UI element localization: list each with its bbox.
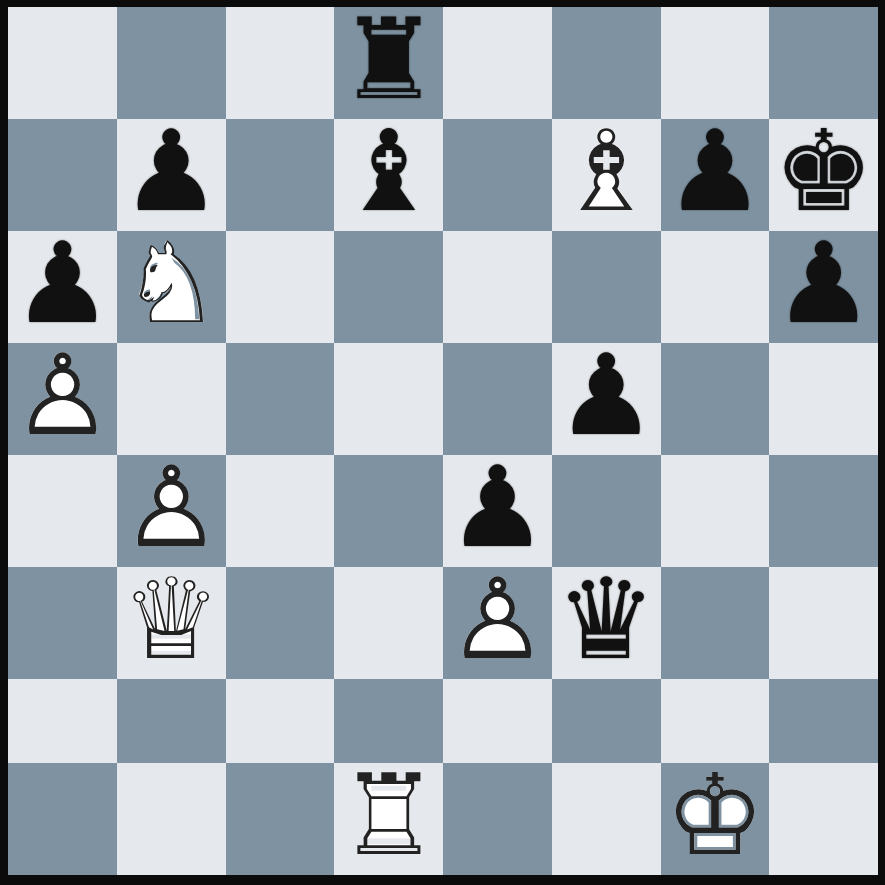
square-f1[interactable] [552,763,661,875]
white-king-outline-glyph: ♔ [665,759,765,871]
black-pawn-glyph: ♟ [773,227,873,339]
square-g1[interactable]: ♚♔ [661,763,770,875]
square-c8[interactable] [226,7,335,119]
square-e2[interactable] [443,679,552,763]
square-c7[interactable] [226,119,335,231]
black-king-glyph: ♚ [773,115,873,227]
board-frame: ♜♟♝♝♗♟♚♟♞♘♟♟♙♟♟♙♟♛♕♟♙♛♜♖♚♔ [0,0,885,885]
square-h2[interactable] [769,679,878,763]
square-e8[interactable] [443,7,552,119]
square-b4[interactable]: ♟♙ [117,455,226,567]
square-f3[interactable]: ♛ [552,567,661,679]
square-g4[interactable] [661,455,770,567]
square-e1[interactable] [443,763,552,875]
white-bishop-outline-glyph: ♗ [556,115,656,227]
square-g6[interactable] [661,231,770,343]
black-pawn-glyph: ♟ [121,115,221,227]
white-queen: ♛♕ [117,567,226,679]
black-rook-glyph: ♜ [338,3,438,115]
white-pawn-outline-glyph: ♙ [12,339,112,451]
square-f2[interactable] [552,679,661,763]
chess-board: ♜♟♝♝♗♟♚♟♞♘♟♟♙♟♟♙♟♛♕♟♙♛♜♖♚♔ [8,7,878,875]
square-a4[interactable] [8,455,117,567]
white-pawn-outline-glyph: ♙ [447,563,547,675]
black-bishop: ♝ [334,119,443,231]
black-pawn-glyph: ♟ [665,115,765,227]
white-pawn-outline-glyph: ♙ [121,451,221,563]
square-h4[interactable] [769,455,878,567]
square-c4[interactable] [226,455,335,567]
square-a3[interactable] [8,567,117,679]
white-pawn: ♟♙ [8,343,117,455]
white-rook: ♜♖ [334,763,443,875]
square-h6[interactable]: ♟ [769,231,878,343]
square-f4[interactable] [552,455,661,567]
black-pawn: ♟ [8,231,117,343]
black-bishop-glyph: ♝ [338,115,438,227]
white-queen-outline-glyph: ♕ [121,563,221,675]
square-b7[interactable]: ♟ [117,119,226,231]
black-pawn: ♟ [117,119,226,231]
square-f7[interactable]: ♝♗ [552,119,661,231]
black-pawn: ♟ [443,455,552,567]
square-g3[interactable] [661,567,770,679]
square-e4[interactable]: ♟ [443,455,552,567]
square-a2[interactable] [8,679,117,763]
square-e7[interactable] [443,119,552,231]
square-f6[interactable] [552,231,661,343]
black-king: ♚ [769,119,878,231]
black-pawn: ♟ [661,119,770,231]
square-d8[interactable]: ♜ [334,7,443,119]
square-h5[interactable] [769,343,878,455]
white-bishop: ♝♗ [552,119,661,231]
white-pawn: ♟♙ [443,567,552,679]
square-d3[interactable] [334,567,443,679]
white-knight: ♞♘ [117,231,226,343]
square-g8[interactable] [661,7,770,119]
square-f8[interactable] [552,7,661,119]
black-pawn-glyph: ♟ [12,227,112,339]
square-e5[interactable] [443,343,552,455]
square-b1[interactable] [117,763,226,875]
square-b3[interactable]: ♛♕ [117,567,226,679]
square-h7[interactable]: ♚ [769,119,878,231]
square-c2[interactable] [226,679,335,763]
square-c6[interactable] [226,231,335,343]
square-a5[interactable]: ♟♙ [8,343,117,455]
black-pawn-glyph: ♟ [447,451,547,563]
square-a7[interactable] [8,119,117,231]
black-pawn: ♟ [769,231,878,343]
square-b8[interactable] [117,7,226,119]
square-h3[interactable] [769,567,878,679]
white-pawn: ♟♙ [117,455,226,567]
square-a8[interactable] [8,7,117,119]
square-d1[interactable]: ♜♖ [334,763,443,875]
black-pawn-glyph: ♟ [556,339,656,451]
square-a6[interactable]: ♟ [8,231,117,343]
square-h8[interactable] [769,7,878,119]
black-rook: ♜ [334,7,443,119]
square-a1[interactable] [8,763,117,875]
square-d4[interactable] [334,455,443,567]
square-b5[interactable] [117,343,226,455]
square-c3[interactable] [226,567,335,679]
square-d5[interactable] [334,343,443,455]
square-b2[interactable] [117,679,226,763]
square-b6[interactable]: ♞♘ [117,231,226,343]
square-f5[interactable]: ♟ [552,343,661,455]
black-pawn: ♟ [552,343,661,455]
white-rook-outline-glyph: ♖ [338,759,438,871]
square-c1[interactable] [226,763,335,875]
white-king: ♚♔ [661,763,770,875]
white-knight-outline-glyph: ♘ [121,227,221,339]
black-queen-glyph: ♛ [556,563,656,675]
square-e6[interactable] [443,231,552,343]
square-d6[interactable] [334,231,443,343]
square-g5[interactable] [661,343,770,455]
square-e3[interactable]: ♟♙ [443,567,552,679]
square-h1[interactable] [769,763,878,875]
square-g7[interactable]: ♟ [661,119,770,231]
black-queen: ♛ [552,567,661,679]
square-c5[interactable] [226,343,335,455]
square-d7[interactable]: ♝ [334,119,443,231]
